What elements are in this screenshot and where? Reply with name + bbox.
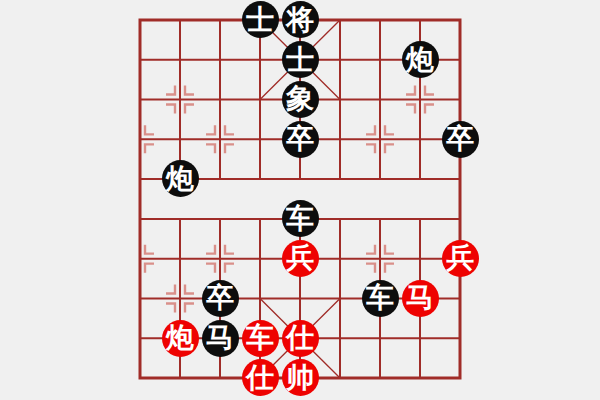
board-point-7-4[interactable] <box>400 159 440 199</box>
board-point-6-1[interactable] <box>360 40 400 80</box>
piece-red-soldier[interactable]: 兵 <box>442 240 479 277</box>
board-point-3-5[interactable] <box>240 199 280 239</box>
board-point-6-8[interactable] <box>360 318 400 358</box>
board-point-1-0[interactable] <box>160 0 200 40</box>
board-point-7-1[interactable]: 炮 <box>400 40 440 80</box>
piece-red-advisor[interactable]: 仕 <box>242 359 279 396</box>
board-point-6-4[interactable] <box>360 159 400 199</box>
board-point-4-6[interactable]: 兵 <box>280 239 320 279</box>
board-point-3-3[interactable] <box>240 119 280 159</box>
board-point-8-2[interactable] <box>440 80 480 120</box>
board-point-4-8[interactable]: 仕 <box>280 318 320 358</box>
board-point-0-7[interactable] <box>120 278 160 318</box>
board-point-7-0[interactable] <box>400 0 440 40</box>
board-point-2-6[interactable] <box>200 239 240 279</box>
piece-black-elephant[interactable]: 象 <box>282 81 319 118</box>
piece-black-chariot[interactable]: 车 <box>282 200 319 237</box>
piece-red-advisor[interactable]: 仕 <box>282 320 319 357</box>
board-point-6-9[interactable] <box>360 358 400 398</box>
board-point-4-5[interactable]: 车 <box>280 199 320 239</box>
board-point-8-9[interactable] <box>440 358 480 398</box>
board-point-1-9[interactable] <box>160 358 200 398</box>
board-point-2-0[interactable] <box>200 0 240 40</box>
board-point-0-6[interactable] <box>120 239 160 279</box>
board-point-1-1[interactable] <box>160 40 200 80</box>
board-point-8-0[interactable] <box>440 0 480 40</box>
piece-black-cannon[interactable]: 炮 <box>162 160 199 197</box>
board-point-2-5[interactable] <box>200 199 240 239</box>
piece-red-cannon[interactable]: 炮 <box>162 320 199 357</box>
board-point-5-1[interactable] <box>320 40 360 80</box>
board-point-8-7[interactable] <box>440 278 480 318</box>
board-point-0-1[interactable] <box>120 40 160 80</box>
board-point-0-3[interactable] <box>120 119 160 159</box>
board-point-4-9[interactable]: 帅 <box>280 358 320 398</box>
board-point-5-3[interactable] <box>320 119 360 159</box>
board-point-2-8[interactable]: 马 <box>200 318 240 358</box>
board-point-5-6[interactable] <box>320 239 360 279</box>
board-point-6-7[interactable]: 车 <box>360 278 400 318</box>
board-point-3-8[interactable]: 车 <box>240 318 280 358</box>
board-point-7-6[interactable] <box>400 239 440 279</box>
board-point-5-8[interactable] <box>320 318 360 358</box>
board-point-0-9[interactable] <box>120 358 160 398</box>
piece-black-chariot[interactable]: 车 <box>362 280 399 317</box>
board-point-5-2[interactable] <box>320 80 360 120</box>
board-point-2-4[interactable] <box>200 159 240 199</box>
board-point-0-0[interactable] <box>120 0 160 40</box>
board-point-2-7[interactable]: 卒 <box>200 278 240 318</box>
board-point-8-3[interactable]: 卒 <box>440 119 480 159</box>
board-point-3-1[interactable] <box>240 40 280 80</box>
board-point-1-3[interactable] <box>160 119 200 159</box>
board-point-3-9[interactable]: 仕 <box>240 358 280 398</box>
board-point-8-4[interactable] <box>440 159 480 199</box>
board-point-2-2[interactable] <box>200 80 240 120</box>
board-point-2-9[interactable] <box>200 358 240 398</box>
board-point-6-0[interactable] <box>360 0 400 40</box>
board-point-5-0[interactable] <box>320 0 360 40</box>
board-point-7-5[interactable] <box>400 199 440 239</box>
board-point-3-7[interactable] <box>240 278 280 318</box>
piece-red-general[interactable]: 帅 <box>282 359 319 396</box>
board-point-6-5[interactable] <box>360 199 400 239</box>
board-point-4-4[interactable] <box>280 159 320 199</box>
board-point-3-4[interactable] <box>240 159 280 199</box>
board-point-1-7[interactable] <box>160 278 200 318</box>
board-point-6-6[interactable] <box>360 239 400 279</box>
piece-red-soldier[interactable]: 兵 <box>282 240 319 277</box>
board-point-8-5[interactable] <box>440 199 480 239</box>
board-point-4-7[interactable] <box>280 278 320 318</box>
board-point-4-2[interactable]: 象 <box>280 80 320 120</box>
board-point-6-3[interactable] <box>360 119 400 159</box>
board-point-8-8[interactable] <box>440 318 480 358</box>
board-point-8-6[interactable]: 兵 <box>440 239 480 279</box>
board-intersections: 士将士炮象卒卒炮车兵兵卒车马炮马车仕仕帅 <box>120 0 480 398</box>
board-point-1-4[interactable]: 炮 <box>160 159 200 199</box>
board-point-0-2[interactable] <box>120 80 160 120</box>
board-point-3-6[interactable] <box>240 239 280 279</box>
board-point-4-3[interactable]: 卒 <box>280 119 320 159</box>
board-point-1-2[interactable] <box>160 80 200 120</box>
board-point-3-0[interactable]: 士 <box>240 0 280 40</box>
board-point-5-7[interactable] <box>320 278 360 318</box>
board-point-5-9[interactable] <box>320 358 360 398</box>
piece-red-chariot[interactable]: 车 <box>242 320 279 357</box>
board-point-7-3[interactable] <box>400 119 440 159</box>
piece-black-advisor[interactable]: 士 <box>282 41 319 78</box>
piece-black-horse[interactable]: 马 <box>202 320 239 357</box>
piece-black-soldier[interactable]: 卒 <box>442 121 479 158</box>
piece-black-cannon[interactable]: 炮 <box>402 41 439 78</box>
board-point-3-2[interactable] <box>240 80 280 120</box>
board-point-8-1[interactable] <box>440 40 480 80</box>
board-point-0-5[interactable] <box>120 199 160 239</box>
board-point-1-8[interactable]: 炮 <box>160 318 200 358</box>
piece-black-general[interactable]: 将 <box>282 1 319 38</box>
piece-red-horse[interactable]: 马 <box>402 280 439 317</box>
board-point-2-1[interactable] <box>200 40 240 80</box>
board-point-1-6[interactable] <box>160 239 200 279</box>
board-point-5-4[interactable] <box>320 159 360 199</box>
piece-black-soldier[interactable]: 卒 <box>282 121 319 158</box>
board-point-7-7[interactable]: 马 <box>400 278 440 318</box>
xiangqi-board-screen: 士将士炮象卒卒炮车兵兵卒车马炮马车仕仕帅 <box>0 0 600 400</box>
board-point-6-2[interactable] <box>360 80 400 120</box>
board-point-0-4[interactable] <box>120 159 160 199</box>
board-point-1-5[interactable] <box>160 199 200 239</box>
piece-black-advisor[interactable]: 士 <box>242 1 279 38</box>
piece-black-soldier[interactable]: 卒 <box>202 280 239 317</box>
board-point-0-8[interactable] <box>120 318 160 358</box>
board-point-5-5[interactable] <box>320 199 360 239</box>
board-point-7-2[interactable] <box>400 80 440 120</box>
board-point-7-9[interactable] <box>400 358 440 398</box>
board-point-4-0[interactable]: 将 <box>280 0 320 40</box>
board-point-2-3[interactable] <box>200 119 240 159</box>
board-point-4-1[interactable]: 士 <box>280 40 320 80</box>
board-point-7-8[interactable] <box>400 318 440 358</box>
